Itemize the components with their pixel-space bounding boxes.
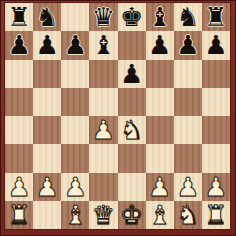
square-e5[interactable] xyxy=(118,88,146,116)
square-g3[interactable] xyxy=(174,144,202,172)
square-b6[interactable] xyxy=(33,60,61,88)
square-c4[interactable] xyxy=(61,116,89,144)
square-f4[interactable] xyxy=(146,116,174,144)
square-e8[interactable]: ♚ xyxy=(118,3,146,31)
square-g1[interactable]: ♞ xyxy=(174,201,202,229)
black-pawn[interactable]: ♟ xyxy=(204,32,227,58)
square-b1[interactable] xyxy=(33,201,61,229)
square-a4[interactable] xyxy=(5,116,33,144)
square-d5[interactable] xyxy=(89,88,117,116)
white-pawn[interactable]: ♟ xyxy=(204,174,227,200)
white-pawn[interactable]: ♟ xyxy=(92,117,115,143)
square-c6[interactable] xyxy=(61,60,89,88)
square-h1[interactable]: ♜ xyxy=(202,201,230,229)
square-e1[interactable]: ♚ xyxy=(118,201,146,229)
black-king[interactable]: ♚ xyxy=(120,4,143,30)
square-a1[interactable]: ♜ xyxy=(5,201,33,229)
white-bishop[interactable]: ♝ xyxy=(64,202,87,228)
square-e6[interactable]: ♟ xyxy=(118,60,146,88)
white-rook[interactable]: ♜ xyxy=(204,202,227,228)
square-c1[interactable]: ♝ xyxy=(61,201,89,229)
black-bishop[interactable]: ♝ xyxy=(148,4,171,30)
square-g6[interactable] xyxy=(174,60,202,88)
square-f6[interactable] xyxy=(146,60,174,88)
white-pawn[interactable]: ♟ xyxy=(36,174,59,200)
square-b4[interactable] xyxy=(33,116,61,144)
square-b7[interactable]: ♟ xyxy=(33,31,61,59)
white-knight[interactable]: ♞ xyxy=(120,117,143,143)
square-d7[interactable]: ♝ xyxy=(89,31,117,59)
square-d2[interactable] xyxy=(89,173,117,201)
black-rook[interactable]: ♜ xyxy=(7,4,30,30)
white-rook[interactable]: ♜ xyxy=(7,202,30,228)
chess-board: ♜♞♛♚♝♞♜♟♟♟♝♟♟♟♟♟♞♟♟♟♟♟♟♜♝♛♚♝♞♜ xyxy=(5,3,230,229)
white-pawn[interactable]: ♟ xyxy=(64,174,87,200)
white-pawn[interactable]: ♟ xyxy=(176,174,199,200)
black-pawn[interactable]: ♟ xyxy=(7,32,30,58)
square-g8[interactable]: ♞ xyxy=(174,3,202,31)
square-f7[interactable]: ♟ xyxy=(146,31,174,59)
black-knight[interactable]: ♞ xyxy=(36,4,59,30)
square-c5[interactable] xyxy=(61,88,89,116)
black-bishop[interactable]: ♝ xyxy=(92,32,115,58)
square-a7[interactable]: ♟ xyxy=(5,31,33,59)
square-f2[interactable]: ♟ xyxy=(146,173,174,201)
white-bishop[interactable]: ♝ xyxy=(148,202,171,228)
square-d8[interactable]: ♛ xyxy=(89,3,117,31)
square-h6[interactable] xyxy=(202,60,230,88)
square-e4[interactable]: ♞ xyxy=(118,116,146,144)
square-c7[interactable]: ♟ xyxy=(61,31,89,59)
square-f3[interactable] xyxy=(146,144,174,172)
square-f8[interactable]: ♝ xyxy=(146,3,174,31)
square-b3[interactable] xyxy=(33,144,61,172)
black-pawn[interactable]: ♟ xyxy=(64,32,87,58)
white-king[interactable]: ♚ xyxy=(120,202,143,228)
white-pawn[interactable]: ♟ xyxy=(7,174,30,200)
square-d6[interactable] xyxy=(89,60,117,88)
square-e2[interactable] xyxy=(118,173,146,201)
square-g2[interactable]: ♟ xyxy=(174,173,202,201)
square-c3[interactable] xyxy=(61,144,89,172)
square-e7[interactable] xyxy=(118,31,146,59)
black-pawn[interactable]: ♟ xyxy=(176,32,199,58)
square-h5[interactable] xyxy=(202,88,230,116)
square-e3[interactable] xyxy=(118,144,146,172)
square-h3[interactable] xyxy=(202,144,230,172)
black-pawn[interactable]: ♟ xyxy=(36,32,59,58)
white-pawn[interactable]: ♟ xyxy=(148,174,171,200)
square-b2[interactable]: ♟ xyxy=(33,173,61,201)
square-a5[interactable] xyxy=(5,88,33,116)
white-queen[interactable]: ♛ xyxy=(92,202,115,228)
black-queen[interactable]: ♛ xyxy=(92,4,115,30)
square-d1[interactable]: ♛ xyxy=(89,201,117,229)
square-b5[interactable] xyxy=(33,88,61,116)
square-h8[interactable]: ♜ xyxy=(202,3,230,31)
square-h2[interactable]: ♟ xyxy=(202,173,230,201)
square-g5[interactable] xyxy=(174,88,202,116)
black-knight[interactable]: ♞ xyxy=(176,4,199,30)
square-h4[interactable] xyxy=(202,116,230,144)
square-a8[interactable]: ♜ xyxy=(5,3,33,31)
square-d4[interactable]: ♟ xyxy=(89,116,117,144)
square-d3[interactable] xyxy=(89,144,117,172)
square-c2[interactable]: ♟ xyxy=(61,173,89,201)
chess-board-frame: ♜♞♛♚♝♞♜♟♟♟♝♟♟♟♟♟♞♟♟♟♟♟♟♜♝♛♚♝♞♜ xyxy=(0,0,236,236)
square-g7[interactable]: ♟ xyxy=(174,31,202,59)
square-a6[interactable] xyxy=(5,60,33,88)
square-a2[interactable]: ♟ xyxy=(5,173,33,201)
square-a3[interactable] xyxy=(5,144,33,172)
black-pawn[interactable]: ♟ xyxy=(148,32,171,58)
square-f1[interactable]: ♝ xyxy=(146,201,174,229)
square-g4[interactable] xyxy=(174,116,202,144)
square-b8[interactable]: ♞ xyxy=(33,3,61,31)
white-knight[interactable]: ♞ xyxy=(176,202,199,228)
square-h7[interactable]: ♟ xyxy=(202,31,230,59)
square-c8[interactable] xyxy=(61,3,89,31)
black-rook[interactable]: ♜ xyxy=(204,4,227,30)
square-f5[interactable] xyxy=(146,88,174,116)
black-pawn[interactable]: ♟ xyxy=(120,61,143,87)
